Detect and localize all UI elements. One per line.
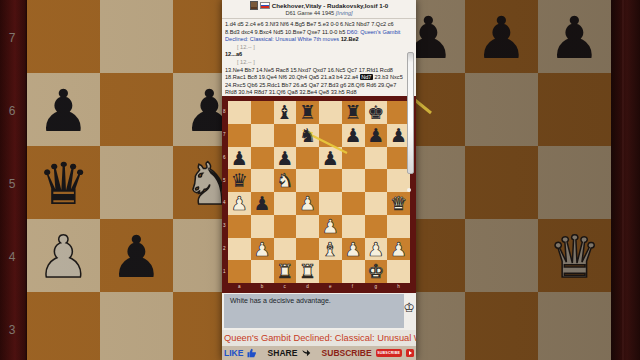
move-arrow [222, 96, 404, 278]
file-label: g [374, 284, 377, 289]
background-right-border [611, 0, 640, 360]
opening-name-inline[interactable]: Declined: Classical: Unusual White 7th m… [225, 36, 341, 42]
moves-text[interactable]: 13.Ne4 Bb7 14.Ne5 Rac8 15.Nxd7 Qxd7 16.N… [225, 67, 393, 73]
move-line[interactable]: 13.Ne4 Bb7 14.Ne5 Rac8 15.Nxd7 Qxd7 16.N… [225, 67, 413, 75]
video-overlay: Chekhover,Vitaly - Rudakovsky,Iosif 1-0 … [222, 0, 416, 360]
rank-label: 6 [223, 155, 226, 160]
annotator-name: [Irving] [336, 10, 353, 16]
russia-flag-icon [260, 2, 270, 9]
bg-square [538, 73, 611, 146]
moves-text[interactable]: [ 12.-- ] [237, 44, 255, 50]
moves-text[interactable]: 12.Be2 [341, 36, 359, 42]
rank-label: 5 [223, 178, 226, 183]
youtube-play-icon[interactable] [406, 349, 414, 357]
move-line[interactable]: [ 12.-- ] [225, 44, 413, 52]
file-label: h [397, 284, 400, 289]
king-icon: ♔ [402, 298, 416, 320]
bg-square [100, 146, 173, 219]
action-bar: LIKE SHARE SUBSCRIBE SUBSCRIBE [222, 346, 416, 360]
bg-rank-label: 4 [0, 250, 24, 264]
file-label: a [238, 284, 241, 289]
game-header: Chekhover,Vitaly - Rudakovsky,Iosif 1-0 … [222, 0, 416, 19]
evaluation-row: White has a decisive advantage. ♔ [222, 293, 416, 330]
bg-square [465, 73, 538, 146]
file-label: c [283, 284, 285, 289]
moves-text[interactable]: 24.Rxc5 Qb6 25.Rdc1 Bb7 26.a5 Qa7 27.Bd3… [225, 82, 396, 88]
thumbs-up-icon[interactable] [247, 348, 257, 358]
file-label: f [352, 284, 353, 289]
bg-rank-label: 3 [0, 323, 24, 337]
bg-square [538, 219, 611, 292]
bg-square [100, 292, 173, 360]
bg-rank-label: 6 [0, 104, 24, 118]
moves-text[interactable]: 18.Rac1 Bc8 19.Qe4 Nf6 20.Qh4 Qa5 21.a3 … [225, 74, 360, 80]
move-line[interactable]: Rfd8 30.h4 R8d7 31.Qf6 Qa8 32.Be4 Qe8 33… [225, 89, 413, 96]
panel-scrollbar[interactable] [407, 52, 414, 174]
file-label: b [261, 284, 264, 289]
screenshot-stage: ♝♜♜♚♞♟♟♟♟♟♟♛♞♟♟♟♛♟♟♝♟♟♟ 76543 Chekhover,… [0, 0, 640, 360]
bg-square [27, 292, 100, 360]
bg-square [27, 73, 100, 146]
subscribe-red-button[interactable]: SUBSCRIBE [376, 349, 402, 357]
moves-text[interactable]: Rfd8 30.h4 R8d7 31.Qf6 Qa8 32.Be4 Qe8 33… [225, 89, 357, 95]
chess-board[interactable]: ♝♜♜♚♞♟♟♟♟♟♟♛♞♟♟♟♛♟♟♝♟♟♟♜♜♚ 87654321abcde… [222, 96, 416, 293]
move-line[interactable]: [ 12.-- ] [225, 59, 413, 67]
player-portrait-icon [250, 1, 258, 10]
bg-square [538, 0, 611, 73]
rank-label: 3 [223, 223, 226, 228]
share-arrow-icon[interactable] [301, 348, 311, 358]
file-label: e [329, 284, 332, 289]
bg-square [538, 292, 611, 360]
moves-text[interactable]: 1.d4 d5 2.c4 e6 3.Nf3 Nf6 4.Bg5 Be7 5.e3… [225, 21, 394, 27]
move-line[interactable]: 24.Rxc5 Qb6 25.Rdc1 Bb7 26.a5 Qa7 27.Bd3… [225, 82, 413, 90]
current-move[interactable]: Nd7 [360, 74, 373, 80]
move-line[interactable]: 18.Rac1 Bc8 19.Qe4 Nf6 20.Qh4 Qa5 21.a3 … [225, 74, 413, 82]
subscribe-button[interactable]: SUBSCRIBE [322, 348, 372, 358]
moves-text[interactable]: 8.Bd3 dxc4 9.Bxc4 Nd5 10.Bxe7 Qxe7 11.0-… [225, 29, 347, 35]
rank-label: 8 [223, 109, 226, 114]
moves-text[interactable]: 23.b3 Nxc5 [373, 74, 403, 80]
bg-square [465, 292, 538, 360]
move-line[interactable]: 1.d4 d5 2.c4 e6 3.Nf3 Nf6 4.Bg5 Be7 5.e3… [225, 21, 413, 29]
bg-square [100, 73, 173, 146]
opening-name: Queen's Gambit Declined: Classical: Unus… [222, 330, 416, 346]
game-info: D61 Game 44 1945 [Irving] [222, 9, 416, 17]
move-line[interactable]: 8.Bd3 dxc4 9.Bxc4 Nd5 10.Bxe7 Qxe7 11.0-… [225, 29, 413, 37]
evaluation-text: White has a decisive advantage. [224, 294, 404, 328]
bg-square [465, 146, 538, 219]
share-button[interactable]: SHARE [268, 348, 298, 358]
moves-text[interactable]: [ 12.-- ] [237, 59, 255, 65]
like-button[interactable]: LIKE [224, 348, 243, 358]
bg-square [27, 219, 100, 292]
players-and-result: Chekhover,Vitaly - Rudakovsky,Iosif 1-0 [272, 2, 388, 9]
bg-square [465, 219, 538, 292]
bg-square [100, 219, 173, 292]
bg-square [27, 0, 100, 73]
move-list[interactable]: 1.d4 d5 2.c4 e6 3.Nf3 Nf6 4.Bg5 Be7 5.e3… [222, 19, 416, 96]
background-left-border: 76543 [0, 0, 27, 360]
rank-label: 7 [223, 132, 226, 137]
opening-name-inline[interactable]: D60: Queen's Gambit [347, 29, 401, 35]
bg-rank-label: 5 [0, 177, 24, 191]
bg-square [27, 146, 100, 219]
rank-label: 1 [223, 269, 226, 274]
bg-square [100, 0, 173, 73]
moves-text[interactable]: 12...a6 [225, 51, 242, 57]
bg-rank-label: 7 [0, 31, 24, 45]
opening-title-strip: Queen's Gambit Declined: Classical: Unus… [222, 330, 416, 346]
file-label: d [306, 284, 309, 289]
move-line[interactable]: Declined: Classical: Unusual White 7th m… [225, 36, 413, 44]
bg-square [465, 0, 538, 73]
rank-label: 4 [223, 200, 226, 205]
move-line[interactable]: 12...a6 [225, 51, 413, 59]
bg-square [538, 146, 611, 219]
corner-dot [407, 188, 411, 192]
rank-label: 2 [223, 246, 226, 251]
